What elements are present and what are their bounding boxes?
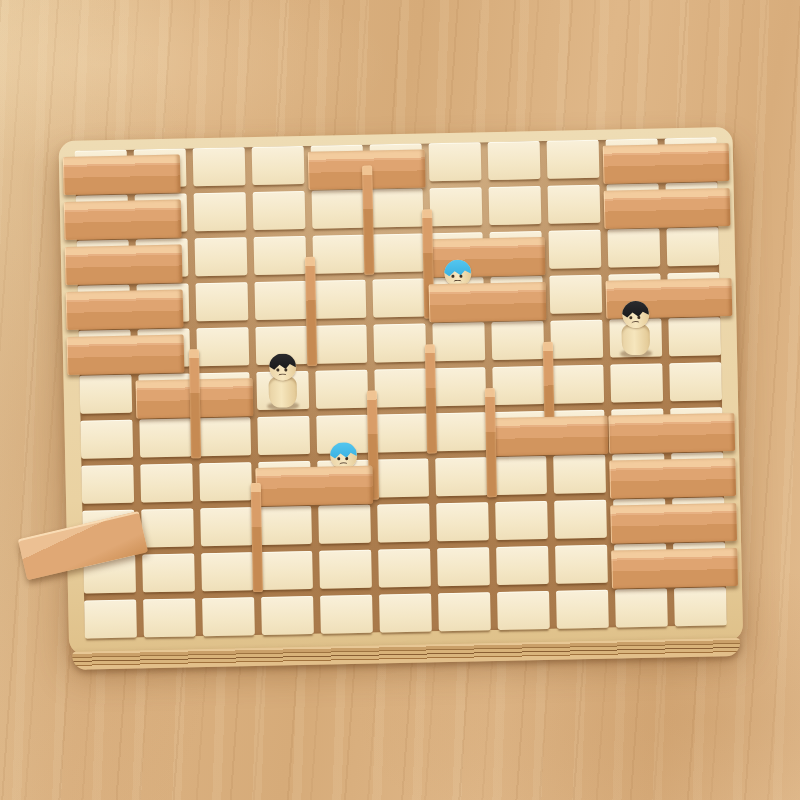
board-square[interactable] [374, 368, 427, 407]
board-square[interactable] [261, 596, 314, 635]
board-square[interactable] [253, 191, 306, 230]
pawn-eye [629, 316, 632, 319]
board-square[interactable] [379, 593, 432, 632]
pawn-eye [284, 368, 287, 371]
board-square[interactable] [437, 547, 490, 586]
board-square[interactable] [372, 278, 425, 317]
board-square[interactable] [140, 463, 193, 502]
board-square[interactable] [491, 321, 544, 360]
board-square[interactable] [488, 141, 541, 180]
board-square[interactable] [79, 375, 132, 414]
board-square[interactable] [196, 282, 249, 321]
board-tilt-wrapper [0, 0, 800, 800]
wall-horizontal[interactable] [255, 466, 373, 506]
wall-horizontal[interactable] [66, 290, 184, 330]
board-square[interactable] [607, 229, 660, 268]
board-square[interactable] [313, 280, 366, 319]
pawn-eye [451, 275, 454, 278]
board-square[interactable] [143, 598, 196, 637]
board-square[interactable] [254, 236, 307, 275]
board-square[interactable] [666, 227, 719, 266]
board-square[interactable] [318, 505, 371, 544]
board-square[interactable] [555, 545, 608, 584]
board-square[interactable] [495, 501, 548, 540]
board-square[interactable] [319, 550, 372, 589]
wall-horizontal[interactable] [604, 188, 731, 229]
wall-horizontal[interactable] [610, 503, 737, 544]
board-square[interactable] [433, 367, 486, 406]
board-square[interactable] [556, 590, 609, 629]
board-square[interactable] [432, 322, 485, 361]
board-square[interactable] [550, 320, 603, 359]
board-square[interactable] [252, 146, 305, 185]
board-square[interactable] [492, 366, 545, 405]
board-square[interactable] [320, 595, 373, 634]
board-square[interactable] [254, 281, 307, 320]
game-board [59, 127, 744, 655]
board-square[interactable] [551, 365, 604, 404]
board-square[interactable] [436, 502, 489, 541]
board-square[interactable] [547, 140, 600, 179]
board-square[interactable] [378, 548, 431, 587]
wall-horizontal[interactable] [64, 200, 182, 240]
board-square[interactable] [497, 591, 550, 630]
board-square[interactable] [257, 416, 310, 455]
board-square[interactable] [549, 275, 602, 314]
board-square[interactable] [496, 546, 549, 585]
pawn-mouth [631, 321, 639, 326]
board-square[interactable] [674, 587, 727, 626]
board-square[interactable] [376, 458, 429, 497]
board-square[interactable] [434, 412, 487, 451]
wall-horizontal[interactable] [67, 335, 185, 375]
board-square[interactable] [202, 597, 255, 636]
board-square[interactable] [548, 185, 601, 224]
pawn-black-2[interactable] [264, 353, 301, 408]
board-square[interactable] [84, 600, 137, 639]
wall-horizontal[interactable] [603, 143, 730, 184]
pawn-eye [345, 457, 348, 460]
pawn-eye [276, 369, 279, 372]
wall-horizontal[interactable] [608, 413, 735, 454]
wall-horizontal[interactable] [429, 282, 547, 322]
board-square[interactable] [139, 418, 192, 457]
board-square[interactable] [312, 190, 365, 229]
board-square[interactable] [201, 552, 254, 591]
board-square[interactable] [260, 551, 313, 590]
board-square[interactable] [438, 592, 491, 631]
wall-horizontal[interactable] [611, 548, 738, 589]
wall-horizontal[interactable] [63, 155, 181, 195]
board-square[interactable] [375, 413, 428, 452]
board-square[interactable] [610, 363, 663, 402]
board-square[interactable] [554, 500, 607, 539]
board-square[interactable] [81, 465, 134, 504]
board-square[interactable] [489, 186, 542, 225]
board-square[interactable] [615, 588, 668, 627]
board-square[interactable] [80, 420, 133, 459]
board-square[interactable] [141, 508, 194, 547]
board-square[interactable] [193, 147, 246, 186]
board-square[interactable] [200, 507, 253, 546]
board-square[interactable] [435, 457, 488, 496]
board-square[interactable] [548, 230, 601, 269]
photo-scene [0, 0, 800, 800]
board-square[interactable] [195, 237, 248, 276]
board-square[interactable] [371, 188, 424, 227]
board-square[interactable] [669, 362, 722, 401]
board-square[interactable] [429, 142, 482, 181]
board-square[interactable] [142, 553, 195, 592]
board-square[interactable] [196, 327, 249, 366]
board-square[interactable] [494, 456, 547, 495]
pawn-black-1[interactable] [617, 301, 654, 356]
board-square[interactable] [315, 370, 368, 409]
wall-horizontal[interactable] [65, 245, 183, 285]
board-plywood-edge [72, 638, 740, 670]
board-square[interactable] [259, 506, 312, 545]
board-square[interactable] [430, 187, 483, 226]
board-square[interactable] [377, 503, 430, 542]
board-square[interactable] [314, 325, 367, 364]
wall-horizontal[interactable] [609, 458, 736, 499]
wall-horizontal[interactable] [490, 416, 608, 456]
pawn-eye [337, 457, 340, 460]
board-square[interactable] [313, 235, 366, 274]
pawn-eye [459, 275, 462, 278]
board-square[interactable] [194, 192, 247, 231]
board-square[interactable] [198, 417, 251, 456]
board-square[interactable] [373, 323, 426, 362]
board-square[interactable] [199, 462, 252, 501]
pawn-eye [637, 316, 640, 319]
board-square[interactable] [553, 455, 606, 494]
board-square[interactable] [372, 233, 425, 272]
pawn-mouth [278, 373, 286, 378]
board-square[interactable] [668, 317, 721, 356]
